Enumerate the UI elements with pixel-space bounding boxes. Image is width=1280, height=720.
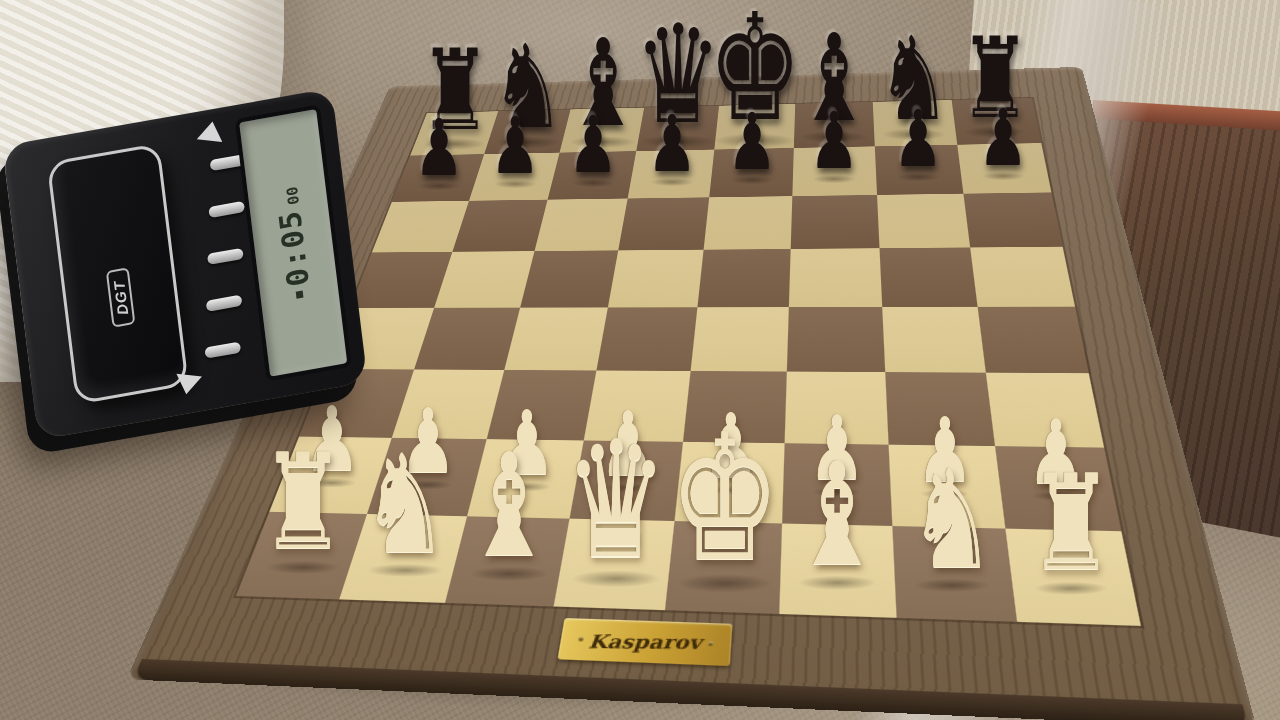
square-e8[interactable] <box>714 104 795 150</box>
dgt-chess-clock: DGT 0:05 00 <box>2 88 367 440</box>
square-d3[interactable] <box>584 370 691 441</box>
square-d6[interactable] <box>618 197 709 250</box>
square-h6[interactable] <box>963 192 1062 247</box>
square-c7[interactable] <box>548 151 637 200</box>
screw-icon <box>707 641 713 646</box>
square-h5[interactable] <box>970 247 1075 307</box>
scene: Kasparov ♜♞♝♛♚♝♞♜♟♟♟♟♟♟♟♟♟♟♟♟♟♟♟♟♜♞♝♛♚♝♞… <box>0 0 1280 720</box>
square-g2[interactable] <box>889 445 1006 529</box>
square-f8[interactable] <box>794 102 875 148</box>
dgt-logo: DGT <box>106 267 136 327</box>
square-g6[interactable] <box>877 194 970 249</box>
rocker-arrow-down-icon <box>173 374 201 396</box>
board-grid <box>236 98 1141 626</box>
square-c8[interactable] <box>560 108 645 153</box>
square-h3[interactable] <box>986 373 1104 448</box>
square-c4[interactable] <box>504 307 608 370</box>
square-b4[interactable] <box>414 308 520 370</box>
square-b6[interactable] <box>452 200 547 252</box>
square-g4[interactable] <box>882 307 986 373</box>
square-f5[interactable] <box>789 248 882 307</box>
square-e7[interactable] <box>709 148 794 197</box>
kasparov-nameplate: Kasparov <box>557 618 732 666</box>
dgt-logo-text: DGT <box>110 279 131 316</box>
square-e5[interactable] <box>697 249 790 307</box>
square-h7[interactable] <box>957 143 1051 194</box>
square-c5[interactable] <box>520 250 618 307</box>
square-h2[interactable] <box>995 446 1121 531</box>
square-b5[interactable] <box>434 251 534 308</box>
square-g7[interactable] <box>875 145 964 195</box>
square-d1[interactable] <box>554 519 675 611</box>
nameplate-text: Kasparov <box>588 630 702 653</box>
square-b7[interactable] <box>469 153 560 201</box>
square-e4[interactable] <box>691 307 789 371</box>
square-f3[interactable] <box>785 372 889 445</box>
clock-time-main: 0:05 <box>272 207 316 289</box>
square-d7[interactable] <box>628 150 715 199</box>
square-d4[interactable] <box>596 307 697 371</box>
square-h4[interactable] <box>978 307 1089 374</box>
square-e3[interactable] <box>683 371 787 443</box>
square-c1[interactable] <box>445 516 569 606</box>
square-d2[interactable] <box>570 440 683 521</box>
square-c6[interactable] <box>535 198 628 251</box>
square-f4[interactable] <box>787 307 885 372</box>
square-d5[interactable] <box>608 250 704 308</box>
clock-time-seconds: 00 <box>283 185 303 206</box>
square-f1[interactable] <box>779 523 896 617</box>
rocker-arrow-up-icon <box>197 120 225 142</box>
square-f6[interactable] <box>791 195 880 249</box>
square-d8[interactable] <box>636 106 719 151</box>
square-e6[interactable] <box>704 196 793 250</box>
lcd-flag-icon <box>296 291 304 299</box>
square-g3[interactable] <box>885 372 995 446</box>
square-g8[interactable] <box>873 100 958 146</box>
square-e1[interactable] <box>665 521 782 614</box>
square-f7[interactable] <box>792 146 877 196</box>
clock-time: 0:05 00 <box>269 185 317 302</box>
square-f2[interactable] <box>782 443 892 526</box>
square-g1[interactable] <box>892 526 1017 622</box>
square-g5[interactable] <box>880 247 978 307</box>
square-c2[interactable] <box>467 439 584 518</box>
square-h1[interactable] <box>1005 529 1141 626</box>
screw-icon <box>578 637 584 642</box>
square-e2[interactable] <box>675 442 785 524</box>
square-c3[interactable] <box>487 370 597 441</box>
square-h8[interactable] <box>952 98 1042 145</box>
square-b8[interactable] <box>484 109 570 154</box>
